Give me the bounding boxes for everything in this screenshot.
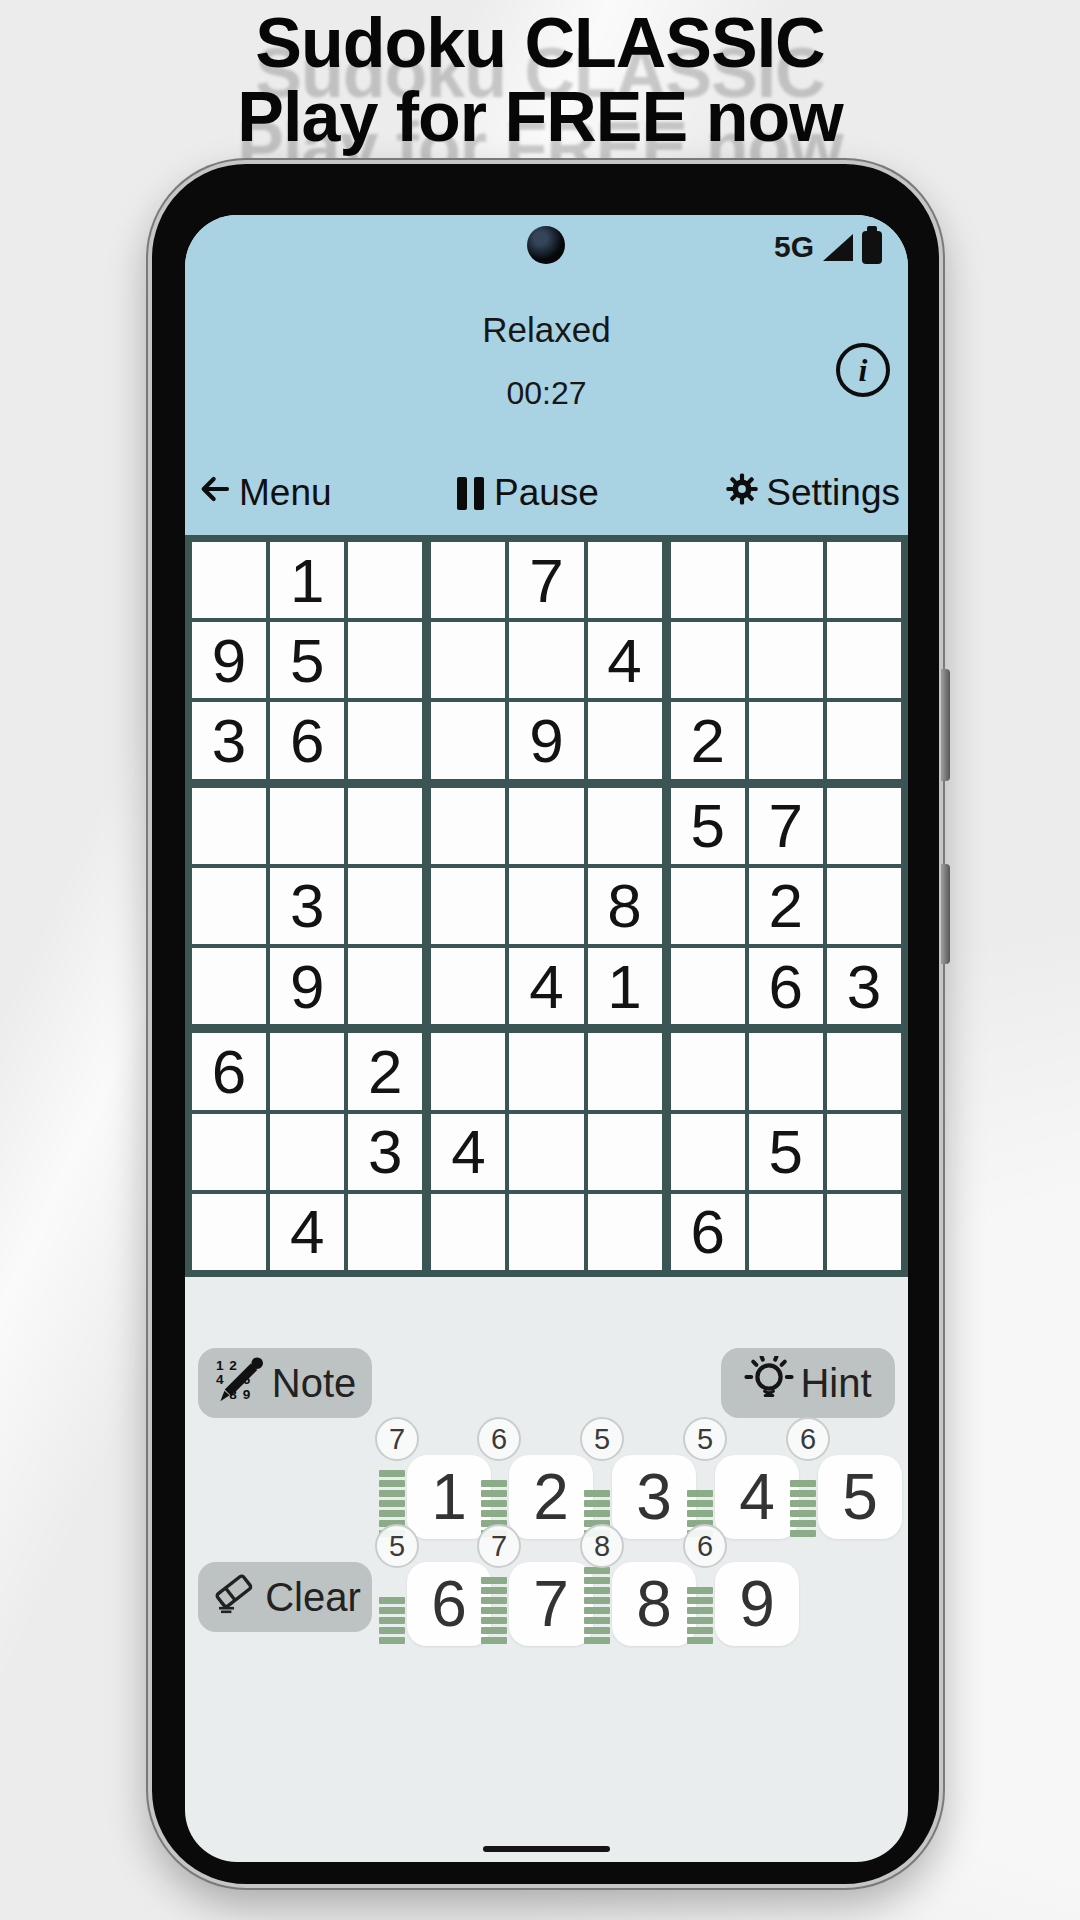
- cell-r8c3[interactable]: 3: [348, 1114, 422, 1190]
- box-4: 841: [431, 788, 661, 1025]
- cell-r2c8[interactable]: [749, 622, 823, 698]
- svg-text:1: 1: [216, 1358, 224, 1373]
- remaining-count-9: 6: [683, 1524, 727, 1568]
- numpad-group-6: 65: [379, 1562, 491, 1646]
- box-5: 57263: [671, 788, 901, 1025]
- status-icons: 5G: [774, 229, 882, 265]
- eraser-icon: [209, 1571, 259, 1624]
- battery-icon: [862, 231, 882, 264]
- numpad-key-4[interactable]: 4: [715, 1455, 799, 1539]
- cell-r7c4[interactable]: [431, 1033, 505, 1109]
- menubar: Menu Pause: [197, 463, 900, 523]
- cell-r8c5[interactable]: [509, 1114, 583, 1190]
- numpad-key-3[interactable]: 3: [612, 1455, 696, 1539]
- cell-r2c5[interactable]: [509, 622, 583, 698]
- cell-r3c9[interactable]: [827, 702, 901, 778]
- cell-r2c7[interactable]: [671, 622, 745, 698]
- cell-r1c7[interactable]: [671, 542, 745, 618]
- hint-label: Hint: [800, 1361, 871, 1406]
- cell-r2c4[interactable]: [431, 622, 505, 698]
- cell-r7c2[interactable]: [270, 1033, 344, 1109]
- cell-r6c3[interactable]: [348, 948, 422, 1024]
- cell-r9c8[interactable]: [749, 1194, 823, 1270]
- settings-button[interactable]: Settings: [724, 471, 900, 516]
- cell-r7c3[interactable]: 2: [348, 1033, 422, 1109]
- cell-r6c8[interactable]: 6: [749, 948, 823, 1024]
- cell-r9c1[interactable]: [192, 1194, 266, 1270]
- remaining-count-5: 6: [786, 1417, 830, 1461]
- clear-button[interactable]: Clear: [198, 1562, 372, 1632]
- network-label: 5G: [774, 230, 814, 264]
- cell-r9c2[interactable]: 4: [270, 1194, 344, 1270]
- box-0: 19536: [192, 542, 422, 779]
- pause-icon: [457, 477, 484, 510]
- cell-r9c4[interactable]: [431, 1194, 505, 1270]
- remaining-bars-7: [481, 1577, 507, 1644]
- cell-r4c3[interactable]: [348, 788, 422, 864]
- cell-r1c5[interactable]: 7: [509, 542, 583, 618]
- box-3: 39: [192, 788, 422, 1025]
- cell-r1c3[interactable]: [348, 542, 422, 618]
- cell-r6c5[interactable]: 4: [509, 948, 583, 1024]
- phone-screen: 5G Relaxed 00:27 i Menu Pause: [185, 215, 908, 1862]
- cell-r6c1[interactable]: [192, 948, 266, 1024]
- cell-r4c2[interactable]: [270, 788, 344, 864]
- cell-r3c2[interactable]: 6: [270, 702, 344, 778]
- remaining-count-2: 6: [477, 1417, 521, 1461]
- cell-r7c5[interactable]: [509, 1033, 583, 1109]
- cell-r2c1[interactable]: 9: [192, 622, 266, 698]
- cell-r5c6[interactable]: 8: [588, 868, 662, 944]
- remaining-bars-5: [790, 1480, 816, 1537]
- ad-title: Sudoku CLASSIC Play for FREE now: [0, 6, 1080, 154]
- cell-r1c2[interactable]: 1: [270, 542, 344, 618]
- remaining-bars-9: [687, 1587, 713, 1644]
- cell-r6c6[interactable]: 1: [588, 948, 662, 1024]
- numpad-key-6[interactable]: 6: [407, 1562, 491, 1646]
- cell-r2c2[interactable]: 5: [270, 622, 344, 698]
- cell-r7c1[interactable]: 6: [192, 1033, 266, 1109]
- cell-r5c9[interactable]: [827, 868, 901, 944]
- cell-r4c5[interactable]: [509, 788, 583, 864]
- cell-r7c8[interactable]: [749, 1033, 823, 1109]
- remaining-count-4: 5: [683, 1417, 727, 1461]
- game-mode-label: Relaxed: [185, 310, 908, 350]
- lightbulb-icon: [744, 1356, 794, 1411]
- home-indicator[interactable]: [483, 1846, 610, 1852]
- cell-r8c6[interactable]: [588, 1114, 662, 1190]
- numpad-group-5: 56: [790, 1455, 902, 1539]
- remaining-count-8: 8: [580, 1524, 624, 1568]
- clear-label: Clear: [265, 1575, 361, 1620]
- cell-r2c6[interactable]: 4: [588, 622, 662, 698]
- note-icon: 12 46 89: [214, 1356, 266, 1411]
- cell-r4c8[interactable]: 7: [749, 788, 823, 864]
- box-7: 4: [431, 1033, 661, 1270]
- cell-r4c7[interactable]: 5: [671, 788, 745, 864]
- cell-r5c2[interactable]: 3: [270, 868, 344, 944]
- ad-title-line2: Play for FREE now: [0, 80, 1080, 154]
- hint-button[interactable]: Hint: [721, 1348, 895, 1418]
- power-button[interactable]: [941, 864, 950, 964]
- numpad-key-9[interactable]: 9: [715, 1562, 799, 1646]
- cell-r3c8[interactable]: [749, 702, 823, 778]
- cell-r5c8[interactable]: 2: [749, 868, 823, 944]
- numpad-key-7[interactable]: 7: [509, 1562, 593, 1646]
- cell-r8c7[interactable]: [671, 1114, 745, 1190]
- cell-r3c7[interactable]: 2: [671, 702, 745, 778]
- cell-r9c6[interactable]: [588, 1194, 662, 1270]
- camera-punch-hole: [527, 226, 565, 264]
- numpad-group-7: 77: [481, 1562, 593, 1646]
- remaining-bars-8: [584, 1567, 610, 1644]
- cell-r3c5[interactable]: 9: [509, 702, 583, 778]
- cell-r6c2[interactable]: 9: [270, 948, 344, 1024]
- remaining-count-3: 5: [580, 1417, 624, 1461]
- numpad-group-9: 96: [687, 1562, 799, 1646]
- cell-r2c3[interactable]: [348, 622, 422, 698]
- pause-label: Pause: [494, 472, 599, 514]
- numpad-key-1[interactable]: 1: [407, 1455, 491, 1539]
- cell-r2c9[interactable]: [827, 622, 901, 698]
- cell-r6c9[interactable]: 3: [827, 948, 901, 1024]
- cell-r1c9[interactable]: [827, 542, 901, 618]
- cell-r6c7[interactable]: [671, 948, 745, 1024]
- note-label: Note: [272, 1361, 357, 1406]
- gear-icon: [724, 471, 760, 516]
- cell-r9c3[interactable]: [348, 1194, 422, 1270]
- cell-r4c9[interactable]: [827, 788, 901, 864]
- numpad-key-2[interactable]: 2: [509, 1455, 593, 1539]
- signal-icon: [823, 234, 853, 261]
- cell-r5c5[interactable]: [509, 868, 583, 944]
- settings-label: Settings: [766, 472, 900, 514]
- menu-button[interactable]: Menu: [197, 472, 332, 514]
- cell-r4c6[interactable]: [588, 788, 662, 864]
- back-arrow-icon: [197, 472, 233, 514]
- pause-button[interactable]: Pause: [457, 472, 599, 514]
- cell-r5c3[interactable]: [348, 868, 422, 944]
- cell-r6c4[interactable]: [431, 948, 505, 1024]
- phone-frame: 5G Relaxed 00:27 i Menu Pause: [148, 160, 943, 1888]
- info-icon[interactable]: i: [836, 343, 890, 397]
- box-2: 2: [671, 542, 901, 779]
- cell-r4c4[interactable]: [431, 788, 505, 864]
- remaining-count-7: 7: [477, 1524, 521, 1568]
- cell-r7c6[interactable]: [588, 1033, 662, 1109]
- volume-button[interactable]: [941, 669, 950, 781]
- remaining-count-1: 7: [375, 1417, 419, 1461]
- cell-r9c5[interactable]: [509, 1194, 583, 1270]
- timer: 00:27: [185, 375, 908, 412]
- cell-r8c1[interactable]: [192, 1114, 266, 1190]
- cell-r5c1[interactable]: [192, 868, 266, 944]
- ad-title-line1: Sudoku CLASSIC: [0, 6, 1080, 80]
- cell-r8c8[interactable]: 5: [749, 1114, 823, 1190]
- cell-r3c6[interactable]: [588, 702, 662, 778]
- svg-text:2: 2: [229, 1358, 237, 1373]
- svg-text:9: 9: [243, 1386, 251, 1401]
- cell-r9c7[interactable]: 6: [671, 1194, 745, 1270]
- app-header: 5G Relaxed 00:27 i Menu Pause: [185, 215, 908, 535]
- cell-r8c4[interactable]: 4: [431, 1114, 505, 1190]
- cell-r3c4[interactable]: [431, 702, 505, 778]
- box-8: 56: [671, 1033, 901, 1270]
- cell-r5c4[interactable]: [431, 868, 505, 944]
- cell-r9c9[interactable]: [827, 1194, 901, 1270]
- remaining-bars-6: [379, 1597, 405, 1644]
- cell-r1c8[interactable]: [749, 542, 823, 618]
- sudoku-board: 19536749239841572636234456: [185, 535, 908, 1277]
- remaining-count-6: 5: [375, 1524, 419, 1568]
- cell-r8c2[interactable]: [270, 1114, 344, 1190]
- numpad-key-8[interactable]: 8: [612, 1562, 696, 1646]
- cell-r8c9[interactable]: [827, 1114, 901, 1190]
- numpad-key-5[interactable]: 5: [818, 1455, 902, 1539]
- svg-text:4: 4: [216, 1372, 224, 1387]
- box-1: 749: [431, 542, 661, 779]
- cell-r3c3[interactable]: [348, 702, 422, 778]
- cell-r1c6[interactable]: [588, 542, 662, 618]
- cell-r3c1[interactable]: 3: [192, 702, 266, 778]
- box-6: 6234: [192, 1033, 422, 1270]
- menu-label: Menu: [239, 472, 332, 514]
- cell-r1c4[interactable]: [431, 542, 505, 618]
- numpad-group-8: 88: [584, 1562, 696, 1646]
- cell-r7c7[interactable]: [671, 1033, 745, 1109]
- cell-r7c9[interactable]: [827, 1033, 901, 1109]
- cell-r5c7[interactable]: [671, 868, 745, 944]
- cell-r1c1[interactable]: [192, 542, 266, 618]
- note-button[interactable]: 12 46 89 Note: [198, 1348, 372, 1418]
- cell-r4c1[interactable]: [192, 788, 266, 864]
